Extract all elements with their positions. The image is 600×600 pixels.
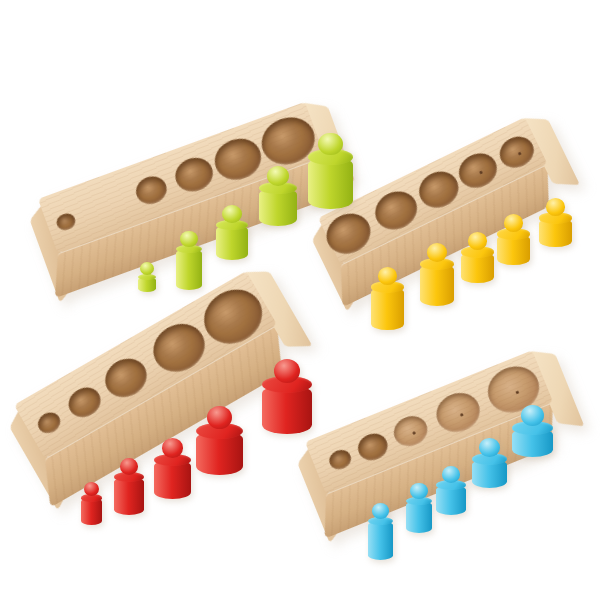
cylinder-socket-yellow-3 (413, 166, 464, 214)
knob-ball (318, 133, 342, 155)
drill-mark (517, 152, 521, 156)
cylinder-socket-red-1 (34, 409, 64, 438)
cylinder-socket-green-1 (54, 211, 77, 233)
cylinder-socket-green-3 (171, 153, 218, 197)
knob-ball (372, 503, 389, 519)
knobbed-cylinder-yellow-3 (461, 232, 494, 283)
knob-ball (180, 231, 197, 247)
knobbed-cylinder-blue-2 (406, 483, 432, 533)
cylinder-socket-blue-3 (389, 411, 431, 451)
knobbed-cylinder-green-4 (259, 166, 297, 226)
knob-ball (207, 406, 232, 429)
knobbed-cylinder-blue-1 (368, 503, 393, 560)
knobbed-cylinder-yellow-4 (497, 214, 530, 265)
cylinder-socket-blue-2 (354, 429, 391, 464)
drill-mark (479, 171, 483, 175)
drill-mark (515, 390, 519, 394)
knobbed-cylinder-blue-4 (472, 438, 507, 488)
knob-ball (222, 205, 242, 223)
knobbed-cylinder-green-1 (138, 262, 156, 292)
cylinder-socket-yellow-4 (453, 147, 503, 194)
cylinder-body (114, 477, 144, 515)
cylinder-body (308, 157, 353, 209)
product-photo-canvas (0, 0, 600, 600)
knob-ball (140, 262, 154, 275)
knobbed-cylinder-green-2 (176, 231, 202, 290)
cylinder-body (368, 521, 393, 560)
knobbed-cylinder-red-2 (114, 458, 144, 515)
knobbed-cylinder-yellow-5 (539, 198, 572, 247)
knobbed-cylinder-red-4 (196, 406, 243, 475)
cylinder-body (176, 249, 202, 290)
cylinder-socket-yellow-5 (494, 131, 539, 173)
knob-ball (427, 243, 447, 262)
cylinder-socket-red-2 (63, 382, 106, 423)
knobbed-cylinder-red-5 (262, 359, 312, 434)
knobbed-cylinder-blue-3 (436, 466, 466, 515)
knob-ball (274, 359, 300, 383)
knobbed-cylinder-green-5 (308, 133, 353, 209)
knob-ball (162, 438, 183, 458)
knobbed-cylinder-green-3 (216, 205, 248, 260)
knobbed-cylinder-yellow-2 (420, 243, 454, 306)
drill-mark (459, 412, 463, 416)
cylinder-body (216, 225, 248, 260)
knob-ball (521, 405, 544, 426)
knob-ball (479, 438, 500, 457)
knobbed-cylinder-blue-5 (512, 405, 553, 457)
cylinder-socket-red-3 (98, 352, 154, 406)
cylinder-socket-blue-1 (326, 447, 353, 473)
cylinder-socket-blue-4 (430, 386, 485, 438)
knobbed-cylinder-red-3 (154, 438, 191, 499)
cylinder-socket-green-4 (208, 132, 266, 186)
knobbed-cylinder-yellow-1 (371, 267, 404, 330)
cylinder-body (81, 498, 102, 525)
knob-ball (267, 166, 289, 186)
cylinder-body (406, 501, 432, 533)
cylinder-socket-green-2 (132, 173, 170, 209)
drill-mark (412, 431, 416, 435)
knob-ball (410, 483, 427, 499)
knobbed-cylinder-red-1 (81, 482, 102, 525)
knob-ball (84, 482, 100, 496)
cylinder-body (420, 264, 454, 306)
cylinder-body (371, 287, 404, 330)
